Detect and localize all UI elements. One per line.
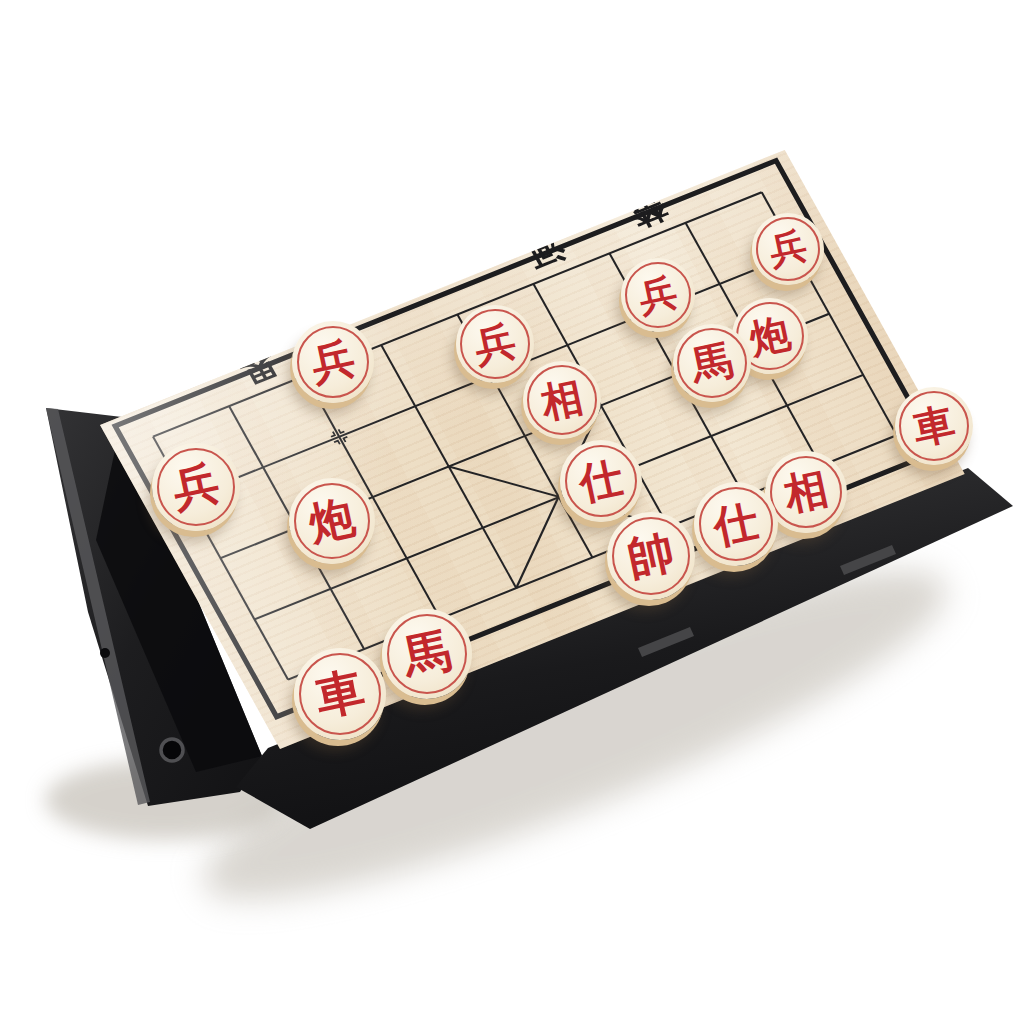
piece-horse[interactable]: 馬: [673, 324, 751, 402]
piece-glyph: 兵: [144, 435, 248, 539]
piece-advisor[interactable]: 仕: [694, 482, 778, 566]
piece-glyph: 兵: [284, 313, 381, 410]
piece-elephant[interactable]: 相: [523, 361, 601, 439]
piece-soldier[interactable]: 兵: [621, 258, 695, 332]
product-photo-scene: 界漢河楚 兵兵炮兵兵馬相車仕兵相炮仕帥馬車: [0, 0, 1024, 1024]
piece-glyph: 馬: [666, 317, 759, 410]
piece-glyph: 車: [888, 380, 981, 473]
piece-general[interactable]: 帥: [607, 512, 695, 600]
piece-soldier[interactable]: 兵: [152, 443, 240, 531]
piece-glyph: 兵: [614, 251, 702, 339]
piece-horse[interactable]: 馬: [382, 609, 472, 699]
piece-glyph: 馬: [374, 601, 481, 708]
piece-glyph: 相: [516, 354, 609, 447]
piece-chariot[interactable]: 車: [294, 648, 386, 740]
piece-glyph: 炮: [281, 470, 383, 572]
piece-cannon[interactable]: 炮: [289, 478, 375, 564]
piece-glyph: 仕: [686, 474, 786, 574]
piece-glyph: 帥: [599, 504, 703, 608]
piece-advisor[interactable]: 仕: [560, 440, 642, 522]
piece-glyph: 車: [285, 639, 394, 748]
piece-soldier[interactable]: 兵: [292, 321, 374, 403]
piece-soldier[interactable]: 兵: [752, 213, 824, 285]
pieces-layer: 兵兵炮兵兵馬相車仕兵相炮仕帥馬車: [0, 0, 1024, 1024]
piece-glyph: 兵: [745, 206, 830, 291]
piece-chariot[interactable]: 車: [895, 387, 973, 465]
